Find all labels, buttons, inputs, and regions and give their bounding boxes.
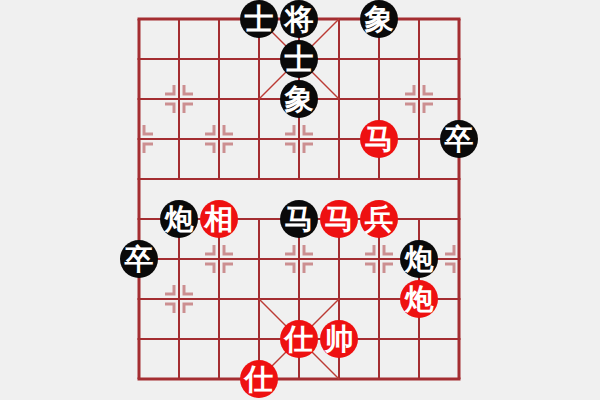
piece-black-elephant[interactable]: 象: [280, 80, 318, 118]
piece-black-cannon[interactable]: 炮: [160, 200, 198, 238]
xiangqi-board[interactable]: 士将象士象卒炮马卒炮马相马兵炮仕帅仕: [119, 0, 479, 399]
piece-black-horse[interactable]: 马: [280, 200, 318, 238]
piece-red-king[interactable]: 帅: [320, 320, 358, 358]
piece-black-cannon[interactable]: 炮: [400, 240, 438, 278]
piece-black-elephant[interactable]: 象: [360, 0, 398, 38]
piece-black-pawn[interactable]: 卒: [440, 120, 478, 158]
piece-red-pawn[interactable]: 兵: [360, 200, 398, 238]
piece-black-advisor[interactable]: 士: [240, 0, 278, 38]
piece-red-elephant[interactable]: 相: [200, 200, 238, 238]
piece-black-pawn[interactable]: 卒: [120, 240, 158, 278]
piece-black-advisor[interactable]: 士: [280, 40, 318, 78]
piece-red-horse[interactable]: 马: [320, 200, 358, 238]
piece-red-cannon[interactable]: 炮: [400, 280, 438, 318]
xiangqi-app: 士将象士象卒炮马卒炮马相马兵炮仕帅仕: [0, 0, 600, 400]
piece-black-general[interactable]: 将: [280, 0, 318, 38]
piece-red-horse[interactable]: 马: [360, 120, 398, 158]
piece-red-advisor[interactable]: 仕: [240, 360, 278, 398]
piece-red-advisor[interactable]: 仕: [280, 320, 318, 358]
